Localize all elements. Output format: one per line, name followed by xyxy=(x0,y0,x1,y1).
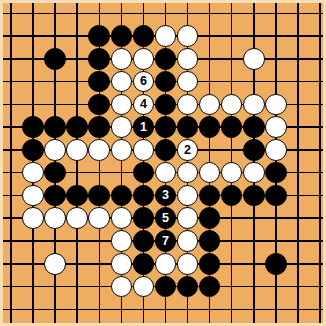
board-intersection xyxy=(265,70,287,93)
board-intersection xyxy=(199,139,221,162)
board-intersection xyxy=(66,139,88,162)
board-intersection xyxy=(221,139,243,162)
board-intersection xyxy=(88,252,110,275)
board-intersection xyxy=(287,47,309,70)
white-stone xyxy=(221,162,243,184)
black-stone xyxy=(44,185,66,207)
black-stone xyxy=(155,94,177,116)
board-intersection xyxy=(199,230,221,253)
board-intersection: 2 xyxy=(177,139,199,162)
board-intersection xyxy=(88,116,110,139)
board-intersection xyxy=(0,116,22,139)
board-intersection xyxy=(22,93,44,116)
board-intersection xyxy=(66,184,88,207)
board-intersection xyxy=(287,184,309,207)
board-intersection xyxy=(22,207,44,230)
board-intersection xyxy=(110,139,132,162)
board-intersection xyxy=(199,93,221,116)
board-intersection xyxy=(199,25,221,48)
board-intersection xyxy=(287,298,309,321)
board-intersection xyxy=(44,275,66,298)
board-intersection xyxy=(177,184,199,207)
board-intersection xyxy=(287,2,309,25)
board-intersection xyxy=(66,116,88,139)
white-stone xyxy=(265,139,287,161)
board-intersection xyxy=(22,2,44,25)
board-intersection xyxy=(287,93,309,116)
board-intersection xyxy=(66,2,88,25)
board-intersection xyxy=(154,252,176,275)
board-intersection xyxy=(199,184,221,207)
board-intersection xyxy=(88,139,110,162)
board-intersection xyxy=(110,252,132,275)
board-intersection xyxy=(287,275,309,298)
white-stone xyxy=(66,139,88,161)
black-stone xyxy=(133,253,155,275)
board-intersection xyxy=(309,2,326,25)
white-stone xyxy=(133,139,155,161)
board-intersection xyxy=(243,93,265,116)
board-intersection: 1 xyxy=(132,116,154,139)
black-stone xyxy=(133,162,155,184)
board-intersection xyxy=(243,275,265,298)
board-intersection xyxy=(22,252,44,275)
black-stone xyxy=(199,185,221,207)
board-intersection xyxy=(199,116,221,139)
white-stone xyxy=(177,162,199,184)
board-intersection xyxy=(287,230,309,253)
white-stone xyxy=(111,94,133,116)
board-intersection xyxy=(66,93,88,116)
board-intersection xyxy=(221,70,243,93)
board-intersection xyxy=(309,275,326,298)
black-stone xyxy=(265,253,287,275)
board-intersection xyxy=(177,93,199,116)
black-stone xyxy=(111,25,133,47)
board-intersection xyxy=(66,207,88,230)
board-intersection xyxy=(0,47,22,70)
board-intersection xyxy=(88,184,110,207)
white-stone xyxy=(177,25,199,47)
board-intersection xyxy=(132,184,154,207)
board-intersection xyxy=(132,275,154,298)
board-intersection xyxy=(243,139,265,162)
board-intersection xyxy=(22,230,44,253)
board-intersection xyxy=(0,2,22,25)
board-intersection xyxy=(309,230,326,253)
board-intersection xyxy=(177,230,199,253)
board-intersection xyxy=(132,207,154,230)
board-intersection xyxy=(88,230,110,253)
black-stone xyxy=(177,276,199,298)
board-intersection xyxy=(221,184,243,207)
white-stone xyxy=(177,48,199,70)
black-stone xyxy=(22,116,44,138)
board-intersection xyxy=(88,298,110,321)
board-intersection xyxy=(44,207,66,230)
board-intersection xyxy=(177,252,199,275)
white-stone xyxy=(66,207,88,229)
white-stone xyxy=(155,253,177,275)
board-intersection xyxy=(44,25,66,48)
white-stone xyxy=(133,48,155,70)
board-intersection xyxy=(221,252,243,275)
white-stone xyxy=(111,230,133,252)
board-intersection xyxy=(287,139,309,162)
black-stone xyxy=(44,162,66,184)
black-stone xyxy=(22,139,44,161)
board-intersection xyxy=(22,25,44,48)
board-intersection xyxy=(265,93,287,116)
board-intersection xyxy=(154,47,176,70)
black-stone xyxy=(133,185,155,207)
board-intersection xyxy=(177,2,199,25)
board-intersection xyxy=(309,70,326,93)
board-intersection xyxy=(110,2,132,25)
move-1-black-stone: 1 xyxy=(133,116,155,138)
board-intersection xyxy=(221,275,243,298)
board-intersection xyxy=(154,298,176,321)
move-3-black-stone: 3 xyxy=(155,185,177,207)
white-stone xyxy=(243,94,265,116)
board-intersection xyxy=(243,207,265,230)
board-intersection xyxy=(110,207,132,230)
board-intersection xyxy=(199,2,221,25)
black-stone xyxy=(155,48,177,70)
board-intersection xyxy=(110,184,132,207)
board-intersection xyxy=(243,252,265,275)
black-stone xyxy=(88,116,110,138)
board-intersection xyxy=(177,298,199,321)
board-intersection xyxy=(309,93,326,116)
board-intersection xyxy=(243,25,265,48)
board-intersection xyxy=(287,70,309,93)
board-intersection xyxy=(221,47,243,70)
white-stone xyxy=(88,207,110,229)
board-intersection xyxy=(309,184,326,207)
board-intersection xyxy=(243,2,265,25)
board-intersection xyxy=(177,47,199,70)
white-stone xyxy=(155,25,177,47)
board-intersection xyxy=(287,116,309,139)
black-stone xyxy=(66,116,88,138)
board-intersection xyxy=(88,93,110,116)
board-intersection xyxy=(0,298,22,321)
board-intersection xyxy=(265,207,287,230)
move-4-white-stone: 4 xyxy=(133,94,155,116)
white-stone xyxy=(177,207,199,229)
board-intersection xyxy=(44,230,66,253)
white-stone xyxy=(44,207,66,229)
black-stone xyxy=(265,162,287,184)
white-stone xyxy=(44,139,66,161)
board-intersection: 7 xyxy=(154,230,176,253)
board-intersection xyxy=(154,70,176,93)
board-intersection xyxy=(44,184,66,207)
black-stone xyxy=(177,116,199,138)
board-intersection xyxy=(66,252,88,275)
board-intersection xyxy=(177,25,199,48)
board-intersection xyxy=(287,161,309,184)
board-intersection xyxy=(221,116,243,139)
board-intersection xyxy=(132,161,154,184)
board-intersection xyxy=(88,2,110,25)
black-stone xyxy=(155,139,177,161)
board-intersection xyxy=(287,207,309,230)
white-stone xyxy=(22,207,44,229)
move-6-white-stone: 6 xyxy=(133,71,155,93)
white-stone xyxy=(111,139,133,161)
board-intersection xyxy=(309,25,326,48)
board-intersection xyxy=(221,2,243,25)
move-2-white-stone: 2 xyxy=(177,139,199,161)
board-intersection xyxy=(309,161,326,184)
board-intersection xyxy=(265,25,287,48)
board-intersection xyxy=(22,161,44,184)
board-intersection xyxy=(177,275,199,298)
black-stone xyxy=(243,116,265,138)
board-intersection xyxy=(88,275,110,298)
board-intersection xyxy=(154,2,176,25)
board-intersection xyxy=(199,70,221,93)
board-intersection xyxy=(44,298,66,321)
white-stone xyxy=(177,71,199,93)
board-intersection xyxy=(154,93,176,116)
board-intersection xyxy=(88,47,110,70)
board-intersection xyxy=(88,70,110,93)
board-intersection xyxy=(0,139,22,162)
board-intersection xyxy=(309,298,326,321)
board-intersection xyxy=(265,139,287,162)
board-intersection: 6 xyxy=(132,70,154,93)
white-stone xyxy=(243,48,265,70)
board-intersection xyxy=(44,2,66,25)
board-intersection xyxy=(309,252,326,275)
white-stone xyxy=(111,116,133,138)
board-intersection xyxy=(132,25,154,48)
move-5-black-stone: 5 xyxy=(155,207,177,229)
board-intersection xyxy=(243,230,265,253)
white-stone xyxy=(155,162,177,184)
board-intersection xyxy=(243,47,265,70)
board-intersection xyxy=(287,25,309,48)
black-stone xyxy=(265,185,287,207)
board-intersection xyxy=(110,47,132,70)
black-stone xyxy=(243,139,265,161)
board-intersection xyxy=(110,230,132,253)
board-intersection xyxy=(22,70,44,93)
board-intersection xyxy=(265,116,287,139)
board-intersection xyxy=(44,139,66,162)
white-stone xyxy=(88,139,110,161)
board-intersection xyxy=(44,47,66,70)
white-stone xyxy=(133,276,155,298)
board-intersection: 3 xyxy=(154,184,176,207)
black-stone xyxy=(155,276,177,298)
board-intersection xyxy=(177,161,199,184)
board-intersection xyxy=(309,207,326,230)
white-stone xyxy=(265,116,287,138)
board-intersection xyxy=(44,161,66,184)
board-intersection xyxy=(243,161,265,184)
board-intersection xyxy=(0,161,22,184)
board-intersection xyxy=(221,230,243,253)
black-stone xyxy=(133,230,155,252)
black-stone xyxy=(243,185,265,207)
board-intersection xyxy=(0,207,22,230)
board-intersection xyxy=(309,116,326,139)
board-intersection xyxy=(199,252,221,275)
board-intersection xyxy=(66,47,88,70)
board-intersection xyxy=(243,70,265,93)
board-intersection xyxy=(177,70,199,93)
board-intersection xyxy=(132,230,154,253)
white-stone xyxy=(111,276,133,298)
board-intersection xyxy=(22,298,44,321)
board-intersection xyxy=(0,230,22,253)
white-stone xyxy=(199,94,221,116)
board-intersection xyxy=(88,161,110,184)
board-intersection xyxy=(132,252,154,275)
white-stone xyxy=(221,94,243,116)
black-stone xyxy=(44,48,66,70)
white-stone xyxy=(177,94,199,116)
board-intersection xyxy=(110,93,132,116)
board-intersection xyxy=(287,252,309,275)
board-intersection xyxy=(221,298,243,321)
board-intersection xyxy=(265,2,287,25)
black-stone xyxy=(88,25,110,47)
white-stone xyxy=(111,48,133,70)
board-intersection xyxy=(177,116,199,139)
board-intersection xyxy=(110,116,132,139)
board-intersection xyxy=(265,161,287,184)
black-stone xyxy=(199,253,221,275)
white-stone xyxy=(265,94,287,116)
board-intersection xyxy=(309,47,326,70)
board-intersection xyxy=(0,70,22,93)
black-stone xyxy=(88,71,110,93)
white-stone xyxy=(177,185,199,207)
board-intersection xyxy=(110,298,132,321)
black-stone xyxy=(221,116,243,138)
black-stone xyxy=(88,94,110,116)
black-stone xyxy=(199,230,221,252)
board-intersection: 4 xyxy=(132,93,154,116)
board-intersection xyxy=(66,298,88,321)
board-intersection xyxy=(88,25,110,48)
white-stone xyxy=(177,230,199,252)
board-intersection xyxy=(0,252,22,275)
white-stone xyxy=(44,253,66,275)
board-intersection xyxy=(110,70,132,93)
board-intersection xyxy=(265,275,287,298)
board-intersection xyxy=(22,184,44,207)
board-intersection xyxy=(199,161,221,184)
board-intersection xyxy=(0,275,22,298)
board-intersection xyxy=(154,139,176,162)
board-intersection xyxy=(66,161,88,184)
black-stone xyxy=(133,25,155,47)
board-intersection xyxy=(154,275,176,298)
board-intersection xyxy=(22,116,44,139)
white-stone xyxy=(111,253,133,275)
white-stone xyxy=(22,162,44,184)
board-intersection xyxy=(154,161,176,184)
board-intersection xyxy=(0,25,22,48)
board-intersection xyxy=(132,298,154,321)
board-intersection xyxy=(265,252,287,275)
board-intersection xyxy=(66,275,88,298)
board-intersection xyxy=(0,93,22,116)
board-intersection xyxy=(265,298,287,321)
board-intersection xyxy=(66,70,88,93)
black-stone xyxy=(88,48,110,70)
white-stone xyxy=(243,162,265,184)
black-stone xyxy=(155,116,177,138)
board-intersection xyxy=(221,207,243,230)
board-intersection xyxy=(22,139,44,162)
white-stone xyxy=(199,162,221,184)
black-stone xyxy=(221,185,243,207)
black-stone xyxy=(66,185,88,207)
white-stone xyxy=(111,207,133,229)
board-intersection xyxy=(22,275,44,298)
board-intersection xyxy=(177,207,199,230)
board-intersection xyxy=(110,25,132,48)
black-stone xyxy=(44,116,66,138)
board-stones-grid: 6412357 xyxy=(0,2,326,321)
board-intersection xyxy=(132,47,154,70)
board-intersection xyxy=(243,298,265,321)
board-intersection xyxy=(154,25,176,48)
black-stone xyxy=(133,207,155,229)
go-board-diagram: 6412357 xyxy=(0,0,326,326)
black-stone xyxy=(199,207,221,229)
board-intersection xyxy=(221,161,243,184)
black-stone xyxy=(155,71,177,93)
board-intersection xyxy=(44,116,66,139)
board-intersection xyxy=(199,47,221,70)
board-intersection xyxy=(265,184,287,207)
board-intersection xyxy=(265,230,287,253)
board-intersection xyxy=(22,47,44,70)
board-intersection xyxy=(243,116,265,139)
board-intersection xyxy=(221,93,243,116)
board-intersection xyxy=(243,184,265,207)
board-intersection xyxy=(132,139,154,162)
white-stone xyxy=(111,71,133,93)
black-stone xyxy=(88,185,110,207)
board-intersection xyxy=(66,230,88,253)
black-stone xyxy=(199,116,221,138)
board-intersection xyxy=(199,298,221,321)
board-intersection xyxy=(110,275,132,298)
black-stone xyxy=(111,185,133,207)
board-intersection xyxy=(88,207,110,230)
board-intersection xyxy=(66,25,88,48)
board-intersection xyxy=(199,275,221,298)
move-7-black-stone: 7 xyxy=(155,230,177,252)
board-intersection xyxy=(44,70,66,93)
board-intersection xyxy=(309,139,326,162)
board-intersection xyxy=(154,116,176,139)
board-intersection xyxy=(44,252,66,275)
board-intersection xyxy=(265,47,287,70)
board-intersection xyxy=(110,161,132,184)
board-intersection xyxy=(199,207,221,230)
black-stone xyxy=(199,276,221,298)
